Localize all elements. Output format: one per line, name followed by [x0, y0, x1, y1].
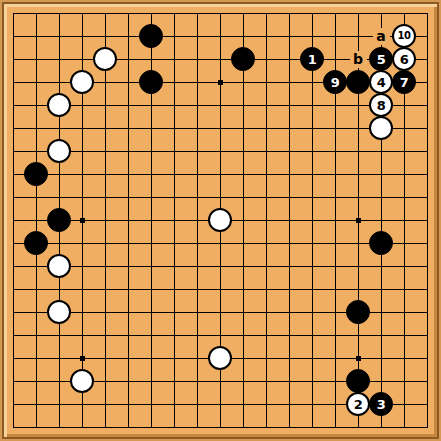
- star-point: [80, 218, 85, 223]
- stone-white: [208, 346, 232, 370]
- label-a: a: [373, 28, 390, 45]
- stone-black: [231, 47, 255, 71]
- stones-layer: 15973106482ab: [0, 0, 441, 441]
- move-number: 4: [377, 76, 386, 89]
- star-point: [218, 80, 223, 85]
- stone-black-move-5: 5: [369, 47, 393, 71]
- stone-white-move-8: 8: [369, 93, 393, 117]
- stone-white-move-2: 2: [346, 392, 370, 416]
- stone-black-move-3: 3: [369, 392, 393, 416]
- move-number: 2: [354, 398, 363, 411]
- star-point: [356, 218, 361, 223]
- stone-white-move-6: 6: [392, 47, 416, 71]
- stone-black: [346, 300, 370, 324]
- stone-black: [346, 70, 370, 94]
- stone-white: [70, 369, 94, 393]
- move-number: 8: [377, 99, 386, 112]
- star-point: [80, 356, 85, 361]
- stone-black: [47, 208, 71, 232]
- stone-black: [24, 231, 48, 255]
- stone-black-move-7: 7: [392, 70, 416, 94]
- stone-black: [346, 369, 370, 393]
- label-b: b: [350, 51, 367, 68]
- stone-white: [47, 254, 71, 278]
- move-number: 9: [331, 76, 340, 89]
- stone-black: [139, 70, 163, 94]
- move-number: 5: [377, 53, 386, 66]
- stone-black-move-9: 9: [323, 70, 347, 94]
- move-number: 3: [377, 398, 386, 411]
- move-number: 6: [400, 53, 409, 66]
- stone-white: [369, 116, 393, 140]
- stone-white: [47, 139, 71, 163]
- move-number: 1: [308, 53, 317, 66]
- stone-black: [139, 24, 163, 48]
- star-point: [356, 356, 361, 361]
- stone-black: [24, 162, 48, 186]
- stone-white-move-10: 10: [392, 24, 416, 48]
- stone-white: [47, 93, 71, 117]
- stone-white: [70, 70, 94, 94]
- stone-black-move-1: 1: [300, 47, 324, 71]
- stone-white: [208, 208, 232, 232]
- stone-white: [93, 47, 117, 71]
- move-number: 7: [400, 76, 409, 89]
- stone-white-move-4: 4: [369, 70, 393, 94]
- stone-black: [369, 231, 393, 255]
- move-number: 10: [398, 31, 411, 41]
- stone-white: [47, 300, 71, 324]
- go-board-diagram: 15973106482ab: [0, 0, 441, 441]
